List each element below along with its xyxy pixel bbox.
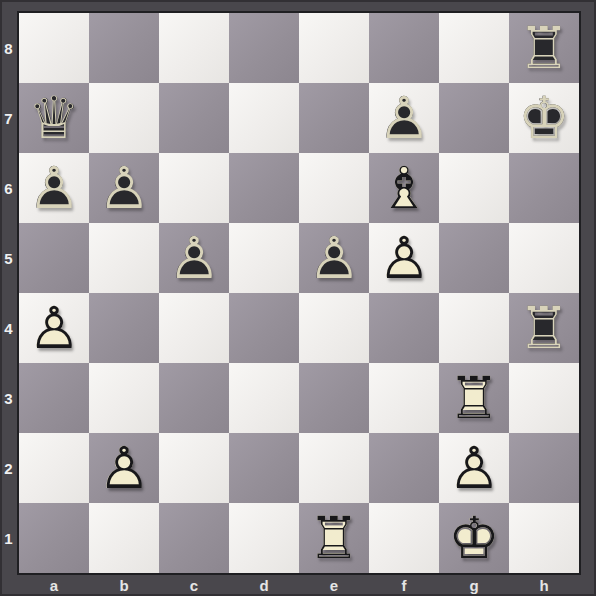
piece-white-rook[interactable]: ♜♖ xyxy=(439,363,509,433)
square-e6[interactable] xyxy=(299,153,369,223)
piece-white-pawn[interactable]: ♟♙ xyxy=(439,433,509,503)
rank-label-5: 5 xyxy=(0,223,17,293)
file-label-f: f xyxy=(369,575,439,596)
square-b2[interactable]: ♟♙ xyxy=(89,433,159,503)
square-a7[interactable]: ♛♕ xyxy=(19,83,89,153)
square-c7[interactable] xyxy=(159,83,229,153)
square-d6[interactable] xyxy=(229,153,299,223)
piece-white-pawn[interactable]: ♟♙ xyxy=(89,433,159,503)
square-a2[interactable] xyxy=(19,433,89,503)
piece-black-pawn[interactable]: ♟♙ xyxy=(299,223,369,293)
white-rook-outline-icon: ♖ xyxy=(299,503,369,573)
black-pawn-outline-icon: ♙ xyxy=(369,83,439,153)
rank-label-3: 3 xyxy=(0,363,17,433)
square-h7[interactable]: ♚♔ xyxy=(509,83,579,153)
square-g1[interactable]: ♚♔ xyxy=(439,503,509,573)
piece-white-pawn[interactable]: ♟♙ xyxy=(369,223,439,293)
square-b5[interactable] xyxy=(89,223,159,293)
square-d3[interactable] xyxy=(229,363,299,433)
square-g7[interactable] xyxy=(439,83,509,153)
square-h8[interactable]: ♜♖ xyxy=(509,13,579,83)
board-frame: ♜♖♛♕♟♙♚♔♟♙♟♙♝♗♟♙♟♙♟♙♟♙♜♖♜♖♟♙♟♙♜♖♚♔ 87654… xyxy=(0,0,596,596)
square-f5[interactable]: ♟♙ xyxy=(369,223,439,293)
piece-black-king[interactable]: ♚♔ xyxy=(509,83,579,153)
piece-black-pawn[interactable]: ♟♙ xyxy=(19,153,89,223)
square-f3[interactable] xyxy=(369,363,439,433)
piece-black-rook[interactable]: ♜♖ xyxy=(509,293,579,363)
file-label-c: c xyxy=(159,575,229,596)
square-e1[interactable]: ♜♖ xyxy=(299,503,369,573)
black-pawn-outline-icon: ♙ xyxy=(159,223,229,293)
black-rook-outline-icon: ♖ xyxy=(509,293,579,363)
square-f2[interactable] xyxy=(369,433,439,503)
square-f7[interactable]: ♟♙ xyxy=(369,83,439,153)
square-c8[interactable] xyxy=(159,13,229,83)
square-c4[interactable] xyxy=(159,293,229,363)
piece-white-king[interactable]: ♚♔ xyxy=(439,503,509,573)
square-h3[interactable] xyxy=(509,363,579,433)
square-g8[interactable] xyxy=(439,13,509,83)
square-c2[interactable] xyxy=(159,433,229,503)
square-b8[interactable] xyxy=(89,13,159,83)
file-label-a: a xyxy=(19,575,89,596)
square-f6[interactable]: ♝♗ xyxy=(369,153,439,223)
rank-label-2: 2 xyxy=(0,433,17,503)
square-c5[interactable]: ♟♙ xyxy=(159,223,229,293)
square-a8[interactable] xyxy=(19,13,89,83)
piece-black-pawn[interactable]: ♟♙ xyxy=(369,83,439,153)
black-pawn-outline-icon: ♙ xyxy=(299,223,369,293)
black-queen-outline-icon: ♕ xyxy=(19,83,89,153)
black-pawn-outline-icon: ♙ xyxy=(19,153,89,223)
white-pawn-outline-icon: ♙ xyxy=(89,433,159,503)
square-h5[interactable] xyxy=(509,223,579,293)
square-a6[interactable]: ♟♙ xyxy=(19,153,89,223)
file-label-h: h xyxy=(509,575,579,596)
square-e8[interactable] xyxy=(299,13,369,83)
piece-black-pawn[interactable]: ♟♙ xyxy=(89,153,159,223)
rank-label-7: 7 xyxy=(0,83,17,153)
square-g4[interactable] xyxy=(439,293,509,363)
square-d4[interactable] xyxy=(229,293,299,363)
square-a4[interactable]: ♟♙ xyxy=(19,293,89,363)
white-rook-outline-icon: ♖ xyxy=(439,363,509,433)
piece-black-rook[interactable]: ♜♖ xyxy=(509,13,579,83)
file-label-b: b xyxy=(89,575,159,596)
square-d2[interactable] xyxy=(229,433,299,503)
square-e7[interactable] xyxy=(299,83,369,153)
square-b7[interactable] xyxy=(89,83,159,153)
rank-label-8: 8 xyxy=(0,13,17,83)
white-pawn-outline-icon: ♙ xyxy=(369,223,439,293)
square-g2[interactable]: ♟♙ xyxy=(439,433,509,503)
square-c1[interactable] xyxy=(159,503,229,573)
rank-label-1: 1 xyxy=(0,503,17,573)
square-f8[interactable] xyxy=(369,13,439,83)
square-a1[interactable] xyxy=(19,503,89,573)
piece-black-pawn[interactable]: ♟♙ xyxy=(159,223,229,293)
black-king-outline-icon: ♔ xyxy=(509,83,579,153)
square-d8[interactable] xyxy=(229,13,299,83)
file-label-g: g xyxy=(439,575,509,596)
square-e2[interactable] xyxy=(299,433,369,503)
square-c6[interactable] xyxy=(159,153,229,223)
piece-white-bishop[interactable]: ♝♗ xyxy=(369,153,439,223)
black-pawn-outline-icon: ♙ xyxy=(89,153,159,223)
chess-board[interactable]: ♜♖♛♕♟♙♚♔♟♙♟♙♝♗♟♙♟♙♟♙♟♙♜♖♜♖♟♙♟♙♜♖♚♔ xyxy=(17,11,581,575)
square-b4[interactable] xyxy=(89,293,159,363)
square-h4[interactable]: ♜♖ xyxy=(509,293,579,363)
square-f4[interactable] xyxy=(369,293,439,363)
square-h2[interactable] xyxy=(509,433,579,503)
file-label-d: d xyxy=(229,575,299,596)
square-f1[interactable] xyxy=(369,503,439,573)
square-h1[interactable] xyxy=(509,503,579,573)
square-e5[interactable]: ♟♙ xyxy=(299,223,369,293)
rank-label-4: 4 xyxy=(0,293,17,363)
square-a3[interactable] xyxy=(19,363,89,433)
square-b1[interactable] xyxy=(89,503,159,573)
square-e4[interactable] xyxy=(299,293,369,363)
square-b3[interactable] xyxy=(89,363,159,433)
file-label-e: e xyxy=(299,575,369,596)
square-d7[interactable] xyxy=(229,83,299,153)
piece-black-queen[interactable]: ♛♕ xyxy=(19,83,89,153)
white-pawn-outline-icon: ♙ xyxy=(19,293,89,363)
white-king-outline-icon: ♔ xyxy=(439,503,509,573)
square-g3[interactable]: ♜♖ xyxy=(439,363,509,433)
rank-label-6: 6 xyxy=(0,153,17,223)
square-c3[interactable] xyxy=(159,363,229,433)
black-rook-outline-icon: ♖ xyxy=(509,13,579,83)
square-d5[interactable] xyxy=(229,223,299,293)
square-a5[interactable] xyxy=(19,223,89,293)
square-g6[interactable] xyxy=(439,153,509,223)
square-h6[interactable] xyxy=(509,153,579,223)
white-pawn-outline-icon: ♙ xyxy=(439,433,509,503)
white-bishop-outline-icon: ♗ xyxy=(369,153,439,223)
square-g5[interactable] xyxy=(439,223,509,293)
piece-white-rook[interactable]: ♜♖ xyxy=(299,503,369,573)
square-d1[interactable] xyxy=(229,503,299,573)
square-e3[interactable] xyxy=(299,363,369,433)
square-b6[interactable]: ♟♙ xyxy=(89,153,159,223)
piece-white-pawn[interactable]: ♟♙ xyxy=(19,293,89,363)
